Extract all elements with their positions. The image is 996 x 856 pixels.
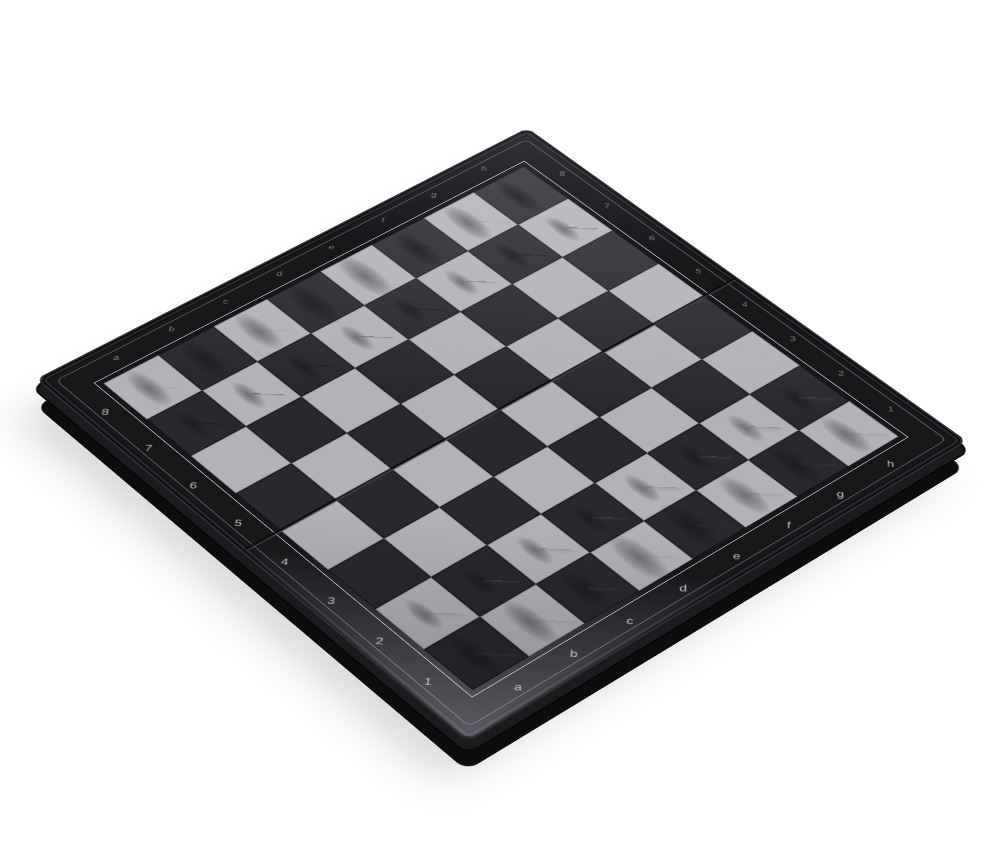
king-glyph: ♚ <box>289 122 452 302</box>
square-h7[interactable] <box>518 198 613 257</box>
pawn-glyph: ♟ <box>310 239 413 353</box>
pawn-glyph: ♟ <box>256 267 360 382</box>
knight-glyph: ♞ <box>408 100 537 243</box>
piece-shadow <box>438 267 484 299</box>
rank-label-far-5: 5 <box>659 246 738 297</box>
piece-shadow <box>385 228 449 271</box>
square-f8[interactable] <box>372 218 467 278</box>
camera-tilt-wrapper: 87654321 hgfedcba 87654321 hgfedcba ♜♞♟♝… <box>156 66 844 754</box>
square-g8[interactable] <box>424 192 518 251</box>
rank-label-far-7: 7 <box>568 181 645 230</box>
file-label-far-g: g <box>395 171 474 218</box>
square-d7[interactable] <box>311 305 409 368</box>
square-h8[interactable] <box>474 166 568 224</box>
file-label-far-e: e <box>292 223 372 271</box>
piece-shadow <box>275 278 350 330</box>
piece-shadow <box>489 240 535 271</box>
pawn-glyph: ♟ <box>517 133 617 244</box>
rook-glyph: ♜ <box>463 82 583 215</box>
chess-set-photo: 87654321 hgfedcba 87654321 hgfedcba ♜♞♟♝… <box>170 80 830 740</box>
piece-shadow <box>280 350 327 383</box>
square-g6[interactable] <box>512 257 608 318</box>
square-h5[interactable] <box>608 263 704 324</box>
chess-board: 87654321 hgfedcba 87654321 hgfedcba ♜♞♟♝… <box>36 128 967 742</box>
piece-shadow <box>333 322 380 355</box>
piece-shadow <box>540 214 586 245</box>
pawn-glyph: ♟ <box>415 185 517 297</box>
queen-glyph: ♛ <box>240 154 397 328</box>
piece-shadow <box>327 250 403 302</box>
square-e5[interactable] <box>454 346 553 410</box>
square-f6[interactable] <box>461 284 558 346</box>
rank-label-far-6: 6 <box>613 213 691 263</box>
square-e6[interactable] <box>409 312 507 375</box>
square-g5[interactable] <box>558 290 655 352</box>
rank-label-far-8: 8 <box>524 150 600 198</box>
file-label-far-h: h <box>445 146 523 192</box>
file-label-far-d: d <box>239 249 320 298</box>
square-e7[interactable] <box>364 278 461 340</box>
square-h6[interactable] <box>563 230 658 290</box>
square-d8[interactable] <box>267 271 364 333</box>
square-c7[interactable] <box>257 333 355 397</box>
file-label-far-f: f <box>344 197 423 244</box>
bishop-glyph: ♝ <box>355 121 490 270</box>
square-d6[interactable] <box>355 339 453 403</box>
pawn-glyph: ♟ <box>466 159 567 270</box>
square-f5[interactable] <box>506 318 604 381</box>
pawn-glyph: ♟ <box>363 212 465 325</box>
piece-shadow <box>436 201 501 245</box>
piece-shadow <box>488 176 549 216</box>
square-e8[interactable] <box>320 245 416 306</box>
square-f7[interactable] <box>416 251 512 312</box>
piece-shadow <box>386 294 432 326</box>
square-g7[interactable] <box>468 224 563 284</box>
